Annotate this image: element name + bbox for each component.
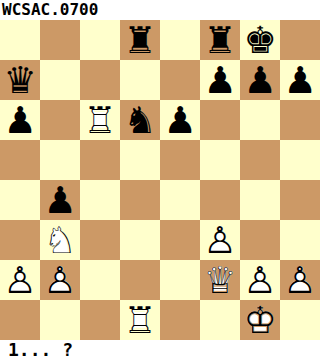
square-a8[interactable] [0, 20, 40, 60]
square-f2[interactable]: ♛♕ [200, 260, 240, 300]
square-g3[interactable] [240, 220, 280, 260]
piece-white-rook: ♜♖ [123, 302, 156, 339]
square-g7[interactable]: ♟ [240, 60, 280, 100]
square-f1[interactable] [200, 300, 240, 340]
square-b2[interactable]: ♟♙ [40, 260, 80, 300]
square-c2[interactable] [80, 260, 120, 300]
square-e6[interactable]: ♟ [160, 100, 200, 140]
piece-black-rook: ♜ [123, 22, 156, 59]
square-h3[interactable] [280, 220, 320, 260]
piece-black-pawn: ♟ [43, 182, 76, 219]
square-d1[interactable]: ♜♖ [120, 300, 160, 340]
square-b4[interactable]: ♟ [40, 180, 80, 220]
square-h6[interactable] [280, 100, 320, 140]
square-h7[interactable]: ♟ [280, 60, 320, 100]
diagram-title: WCSAC.0700 [0, 0, 320, 20]
square-e4[interactable] [160, 180, 200, 220]
square-h2[interactable]: ♟♙ [280, 260, 320, 300]
square-d6[interactable]: ♞ [120, 100, 160, 140]
square-f6[interactable] [200, 100, 240, 140]
piece-white-pawn: ♟♙ [203, 222, 236, 259]
square-d3[interactable] [120, 220, 160, 260]
square-f5[interactable] [200, 140, 240, 180]
square-a3[interactable] [0, 220, 40, 260]
square-b1[interactable] [40, 300, 80, 340]
move-prompt: 1... ? [0, 340, 320, 360]
square-d7[interactable] [120, 60, 160, 100]
square-g5[interactable] [240, 140, 280, 180]
piece-black-pawn: ♟ [283, 62, 316, 99]
square-c5[interactable] [80, 140, 120, 180]
square-b7[interactable] [40, 60, 80, 100]
square-e1[interactable] [160, 300, 200, 340]
square-f4[interactable] [200, 180, 240, 220]
square-b6[interactable] [40, 100, 80, 140]
square-e8[interactable] [160, 20, 200, 60]
square-a7[interactable]: ♛ [0, 60, 40, 100]
square-c3[interactable] [80, 220, 120, 260]
square-e5[interactable] [160, 140, 200, 180]
square-a5[interactable] [0, 140, 40, 180]
square-h4[interactable] [280, 180, 320, 220]
piece-white-pawn: ♟♙ [283, 262, 316, 299]
square-a6[interactable]: ♟ [0, 100, 40, 140]
piece-black-king: ♚ [243, 22, 276, 59]
piece-black-queen: ♛ [3, 62, 36, 99]
piece-black-pawn: ♟ [243, 62, 276, 99]
square-d8[interactable]: ♜ [120, 20, 160, 60]
piece-white-king: ♚♔ [243, 302, 276, 339]
square-b8[interactable] [40, 20, 80, 60]
square-a1[interactable] [0, 300, 40, 340]
square-a2[interactable]: ♟♙ [0, 260, 40, 300]
chess-board: ♜♜♚♛♟♟♟♟♜♖♞♟♟♞♘♟♙♟♙♟♙♛♕♟♙♟♙♜♖♚♔ [0, 20, 320, 340]
square-h1[interactable] [280, 300, 320, 340]
square-d2[interactable] [120, 260, 160, 300]
square-c6[interactable]: ♜♖ [80, 100, 120, 140]
square-g2[interactable]: ♟♙ [240, 260, 280, 300]
square-e2[interactable] [160, 260, 200, 300]
square-f7[interactable]: ♟ [200, 60, 240, 100]
square-a4[interactable] [0, 180, 40, 220]
square-c1[interactable] [80, 300, 120, 340]
square-b3[interactable]: ♞♘ [40, 220, 80, 260]
piece-white-pawn: ♟♙ [43, 262, 76, 299]
piece-white-pawn: ♟♙ [243, 262, 276, 299]
square-g1[interactable]: ♚♔ [240, 300, 280, 340]
square-h5[interactable] [280, 140, 320, 180]
piece-white-pawn: ♟♙ [3, 262, 36, 299]
chess-diagram-window: WCSAC.0700 ♜♜♚♛♟♟♟♟♜♖♞♟♟♞♘♟♙♟♙♟♙♛♕♟♙♟♙♜♖… [0, 0, 320, 360]
square-c7[interactable] [80, 60, 120, 100]
square-e7[interactable] [160, 60, 200, 100]
square-g4[interactable] [240, 180, 280, 220]
square-g6[interactable] [240, 100, 280, 140]
piece-white-queen: ♛♕ [203, 262, 236, 299]
square-f8[interactable]: ♜ [200, 20, 240, 60]
square-e3[interactable] [160, 220, 200, 260]
piece-black-pawn: ♟ [163, 102, 196, 139]
square-c8[interactable] [80, 20, 120, 60]
piece-black-pawn: ♟ [3, 102, 36, 139]
square-b5[interactable] [40, 140, 80, 180]
piece-white-rook: ♜♖ [83, 102, 116, 139]
piece-black-rook: ♜ [203, 22, 236, 59]
square-h8[interactable] [280, 20, 320, 60]
square-f3[interactable]: ♟♙ [200, 220, 240, 260]
piece-white-knight: ♞♘ [43, 222, 76, 259]
square-d5[interactable] [120, 140, 160, 180]
square-g8[interactable]: ♚ [240, 20, 280, 60]
square-d4[interactable] [120, 180, 160, 220]
square-c4[interactable] [80, 180, 120, 220]
piece-black-pawn: ♟ [203, 62, 236, 99]
piece-black-knight: ♞ [123, 102, 156, 139]
